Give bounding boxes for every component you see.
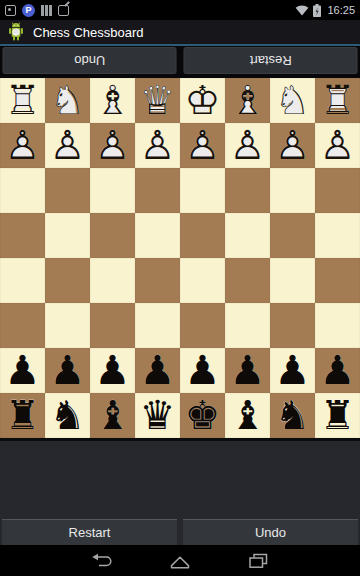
board-square-b7[interactable]: ♟♙ (45, 123, 90, 168)
black-pawn-piece: ♟ (315, 348, 360, 393)
restart-button-top[interactable]: Restart (184, 47, 358, 74)
black-rook-piece-fill: ♖ (315, 393, 360, 438)
black-pawn-piece: ♟ (90, 348, 135, 393)
board-square-c8[interactable]: ♝♗ (90, 78, 135, 123)
board-square-e6[interactable] (180, 168, 225, 213)
black-pawn-piece-fill: ♙ (135, 348, 180, 393)
black-rook-piece: ♜ (0, 393, 45, 438)
board-square-e1[interactable]: ♔♚ (180, 393, 225, 438)
board-square-g3[interactable] (270, 303, 315, 348)
white-pawn-piece-fill: ♟ (45, 123, 90, 168)
board-square-f8[interactable]: ♝♗ (225, 78, 270, 123)
board-square-d2[interactable]: ♙♟ (135, 348, 180, 393)
board-square-a4[interactable] (0, 258, 45, 303)
parking-p-badge: P (22, 4, 35, 17)
battery-charging-icon (313, 4, 321, 17)
screenshot-icon (5, 5, 16, 16)
white-pawn-piece-fill: ♟ (270, 123, 315, 168)
board-square-d5[interactable] (135, 213, 180, 258)
recents-icon[interactable] (245, 551, 271, 571)
board-square-c4[interactable] (90, 258, 135, 303)
white-pawn-piece-fill: ♟ (315, 123, 360, 168)
white-knight-piece: ♘ (45, 78, 90, 123)
black-pawn-piece-fill: ♙ (270, 348, 315, 393)
board-square-d6[interactable] (135, 168, 180, 213)
white-king-piece: ♔ (180, 78, 225, 123)
board-square-b4[interactable] (45, 258, 90, 303)
board-square-c1[interactable]: ♗♝ (90, 393, 135, 438)
white-queen-piece-fill: ♛ (135, 78, 180, 123)
black-pawn-piece: ♟ (0, 348, 45, 393)
board-square-h4[interactable] (315, 258, 360, 303)
board-square-b1[interactable]: ♘♞ (45, 393, 90, 438)
android-robot-icon: ♘ (6, 22, 26, 43)
board-square-b6[interactable] (45, 168, 90, 213)
white-pawn-piece: ♙ (270, 123, 315, 168)
board-square-h3[interactable] (315, 303, 360, 348)
white-queen-piece: ♕ (135, 78, 180, 123)
white-king-piece-fill: ♚ (180, 78, 225, 123)
white-bishop-piece: ♗ (90, 78, 135, 123)
white-pawn-piece-fill: ♟ (0, 123, 45, 168)
home-icon[interactable] (167, 551, 193, 571)
board-square-g6[interactable] (270, 168, 315, 213)
black-pawn-piece-fill: ♙ (90, 348, 135, 393)
board-square-f2[interactable]: ♙♟ (225, 348, 270, 393)
white-rook-piece-fill: ♜ (315, 78, 360, 123)
board-square-c3[interactable] (90, 303, 135, 348)
status-bar: P 16:25 (0, 0, 360, 20)
board-square-a2[interactable]: ♙♟ (0, 348, 45, 393)
white-rook-piece: ♖ (315, 78, 360, 123)
black-pawn-piece: ♟ (180, 348, 225, 393)
board-square-h6[interactable] (315, 168, 360, 213)
svg-text:♘: ♘ (13, 28, 19, 36)
white-knight-piece-fill: ♞ (270, 78, 315, 123)
screen: P 16:25 (0, 0, 360, 576)
white-pawn-piece: ♙ (0, 123, 45, 168)
board-square-f6[interactable] (225, 168, 270, 213)
white-pawn-piece-fill: ♟ (90, 123, 135, 168)
black-pawn-piece-fill: ♙ (45, 348, 90, 393)
white-bishop-piece: ♗ (225, 78, 270, 123)
board-square-e2[interactable]: ♙♟ (180, 348, 225, 393)
board-square-d1[interactable]: ♕♛ (135, 393, 180, 438)
board-square-g7[interactable]: ♟♙ (270, 123, 315, 168)
bars-icon (41, 5, 52, 16)
white-pawn-piece: ♙ (135, 123, 180, 168)
white-bishop-piece-fill: ♝ (90, 78, 135, 123)
bottom-controls: Restart Undo (0, 519, 360, 545)
notification-icons: P (5, 4, 69, 17)
black-pawn-piece: ♟ (270, 348, 315, 393)
board-square-a7[interactable]: ♟♙ (0, 123, 45, 168)
white-knight-piece-fill: ♞ (45, 78, 90, 123)
board-square-a6[interactable] (0, 168, 45, 213)
undo-button-bottom[interactable]: Undo (183, 519, 358, 545)
navigation-bar (0, 545, 360, 576)
black-queen-piece: ♛ (135, 393, 180, 438)
title-bar: ♘ Chess Chessboard (0, 20, 360, 46)
board-square-f7[interactable]: ♟♙ (225, 123, 270, 168)
black-bishop-piece-fill: ♗ (90, 393, 135, 438)
board-square-e4[interactable] (180, 258, 225, 303)
board-square-h8[interactable]: ♜♖ (315, 78, 360, 123)
white-pawn-piece: ♙ (315, 123, 360, 168)
status-time: 16:25 (327, 4, 355, 16)
black-pawn-piece-fill: ♙ (225, 348, 270, 393)
black-knight-piece-fill: ♘ (270, 393, 315, 438)
board-square-b8[interactable]: ♞♘ (45, 78, 90, 123)
black-knight-piece: ♞ (270, 393, 315, 438)
undo-button-top[interactable]: Undo (3, 47, 177, 74)
board-square-c7[interactable]: ♟♙ (90, 123, 135, 168)
board-square-a5[interactable] (0, 213, 45, 258)
board-square-g1[interactable]: ♘♞ (270, 393, 315, 438)
white-pawn-piece: ♙ (225, 123, 270, 168)
chess-board: ♜♖♞♘♝♗♛♕♚♔♝♗♞♘♜♖♟♙♟♙♟♙♟♙♟♙♟♙♟♙♟♙♙♟♙♟♙♟♙♟… (0, 78, 360, 438)
black-bishop-piece-fill: ♗ (225, 393, 270, 438)
top-controls: Undo Restart (0, 46, 360, 78)
black-pawn-piece: ♟ (135, 348, 180, 393)
white-pawn-piece-fill: ♟ (180, 123, 225, 168)
board-square-c2[interactable]: ♙♟ (90, 348, 135, 393)
black-rook-piece: ♜ (315, 393, 360, 438)
board-square-e8[interactable]: ♚♔ (180, 78, 225, 123)
black-pawn-piece-fill: ♙ (0, 348, 45, 393)
restart-button-bottom[interactable]: Restart (2, 519, 177, 545)
board-square-g4[interactable] (270, 258, 315, 303)
system-icons: 16:25 (295, 4, 355, 17)
black-queen-piece-fill: ♕ (135, 393, 180, 438)
board-square-a3[interactable] (0, 303, 45, 348)
white-pawn-piece: ♙ (90, 123, 135, 168)
board-square-f5[interactable] (225, 213, 270, 258)
board-square-f4[interactable] (225, 258, 270, 303)
app-title: Chess Chessboard (33, 25, 144, 40)
board-square-e3[interactable] (180, 303, 225, 348)
board-square-c5[interactable] (90, 213, 135, 258)
white-pawn-piece: ♙ (180, 123, 225, 168)
board-square-d3[interactable] (135, 303, 180, 348)
white-rook-piece: ♖ (0, 78, 45, 123)
black-pawn-piece: ♟ (225, 348, 270, 393)
black-rook-piece-fill: ♖ (0, 393, 45, 438)
white-knight-piece: ♘ (270, 78, 315, 123)
board-square-h5[interactable] (315, 213, 360, 258)
board-square-h2[interactable]: ♙♟ (315, 348, 360, 393)
board-square-b2[interactable]: ♙♟ (45, 348, 90, 393)
black-pawn-piece-fill: ♙ (180, 348, 225, 393)
board-square-e5[interactable] (180, 213, 225, 258)
board-square-c6[interactable] (90, 168, 135, 213)
black-king-piece-fill: ♔ (180, 393, 225, 438)
black-king-piece: ♚ (180, 393, 225, 438)
white-pawn-piece-fill: ♟ (135, 123, 180, 168)
black-knight-piece-fill: ♘ (45, 393, 90, 438)
board-square-g5[interactable] (270, 213, 315, 258)
white-pawn-piece: ♙ (45, 123, 90, 168)
note-edit-icon (58, 5, 69, 16)
board-square-h1[interactable]: ♖♜ (315, 393, 360, 438)
board-square-b5[interactable] (45, 213, 90, 258)
white-rook-piece-fill: ♜ (0, 78, 45, 123)
black-knight-piece: ♞ (45, 393, 90, 438)
lower-gap (0, 441, 360, 519)
board-square-b3[interactable] (45, 303, 90, 348)
board-square-f3[interactable] (225, 303, 270, 348)
wifi-icon (295, 5, 309, 16)
black-bishop-piece: ♝ (90, 393, 135, 438)
white-bishop-piece-fill: ♝ (225, 78, 270, 123)
board-square-d8[interactable]: ♛♕ (135, 78, 180, 123)
black-pawn-piece: ♟ (45, 348, 90, 393)
black-bishop-piece: ♝ (225, 393, 270, 438)
board-square-a1[interactable]: ♖♜ (0, 393, 45, 438)
board-square-h7[interactable]: ♟♙ (315, 123, 360, 168)
board-square-d7[interactable]: ♟♙ (135, 123, 180, 168)
board-square-e7[interactable]: ♟♙ (180, 123, 225, 168)
back-icon[interactable] (89, 551, 115, 571)
board-square-d4[interactable] (135, 258, 180, 303)
board-square-g2[interactable]: ♙♟ (270, 348, 315, 393)
board-square-f1[interactable]: ♗♝ (225, 393, 270, 438)
white-pawn-piece-fill: ♟ (225, 123, 270, 168)
black-pawn-piece-fill: ♙ (315, 348, 360, 393)
board-square-g8[interactable]: ♞♘ (270, 78, 315, 123)
board-square-a8[interactable]: ♜♖ (0, 78, 45, 123)
